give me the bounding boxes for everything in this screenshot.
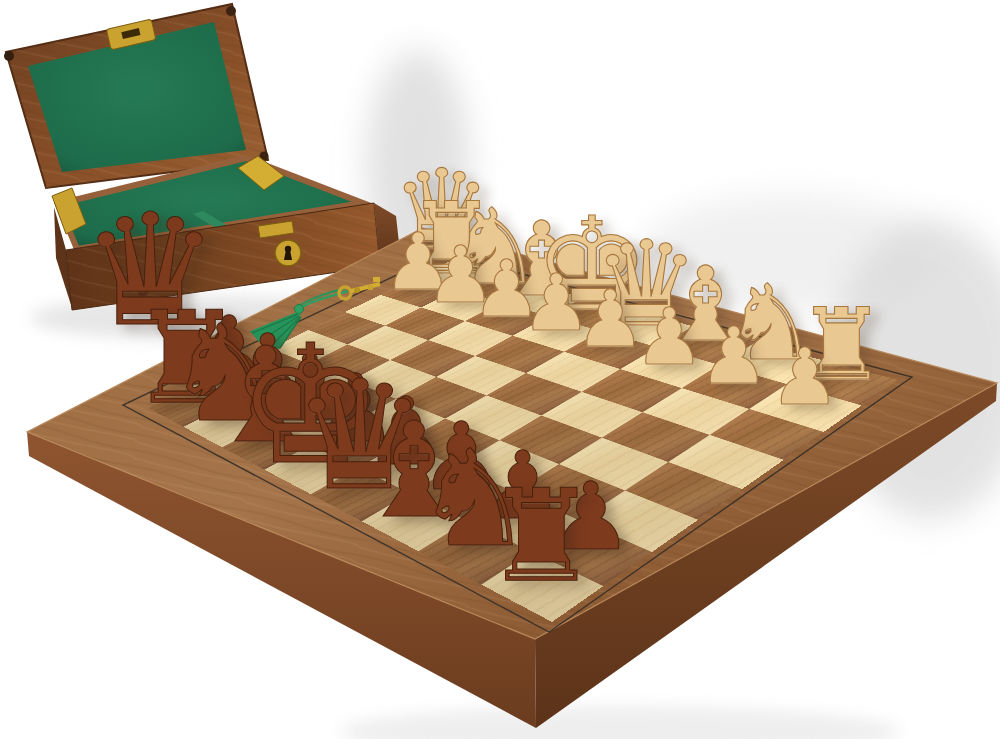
- key-bit: [368, 285, 373, 290]
- key-and-tassel: [0, 0, 1000, 739]
- brass-key[interactable]: [339, 277, 380, 299]
- key-bit: [373, 277, 380, 282]
- green-tassel: [250, 288, 348, 349]
- chess-set-product-photo: ♜♞♝♛♚♝♞♜♟♟♟♟♟♟♟♟♟♟♟♟♟♟♟♟♜♞♝♛♚♝♞♜♛♛: [0, 0, 1000, 739]
